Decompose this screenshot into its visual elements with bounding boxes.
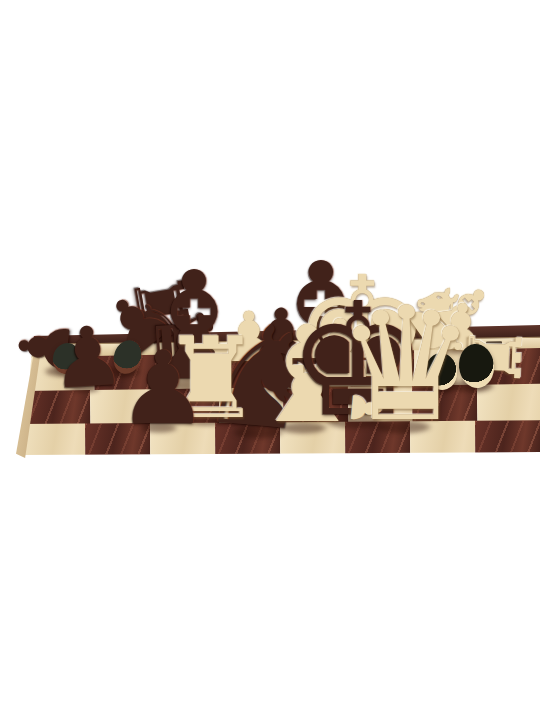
board-square-dark	[475, 420, 540, 460]
chess-piece-dark-pawn: ♟	[49, 315, 127, 401]
board-square-light	[20, 424, 85, 464]
chess-piece-light-queen: ♛	[336, 286, 477, 443]
product-photo: ♜♞♟♛♝♟♟♟♟♝♚♞♝♟♟♜♟♞♜♟♝♟♚♟♛	[0, 0, 540, 720]
chess-piece-dark-pawn: ♟	[118, 338, 209, 439]
